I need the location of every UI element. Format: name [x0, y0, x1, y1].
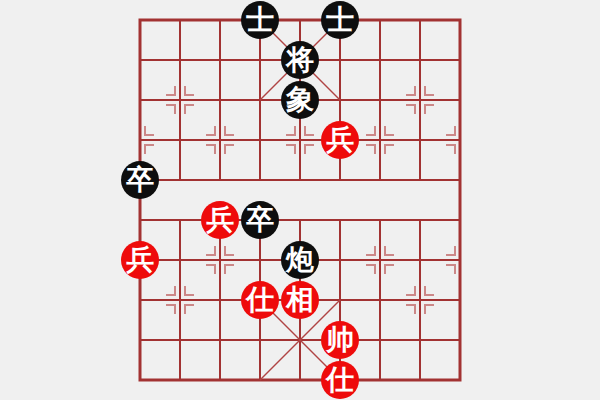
piece-red-pawn-1[interactable]: 兵	[321, 121, 359, 159]
piece-black-elephant[interactable]: 象	[281, 81, 319, 119]
piece-red-elephant[interactable]: 相	[281, 281, 319, 319]
piece-black-advisor-right[interactable]: 士	[321, 1, 359, 39]
piece-black-pawn-1[interactable]: 卒	[121, 161, 159, 199]
piece-black-pawn-2[interactable]: 卒	[241, 201, 279, 239]
piece-black-cannon[interactable]: 炮	[281, 241, 319, 279]
xiangqi-board: 士士将象兵卒兵卒兵炮仕相帅仕	[0, 0, 600, 400]
piece-red-king[interactable]: 帅	[321, 321, 359, 359]
piece-black-king[interactable]: 将	[281, 41, 319, 79]
piece-black-advisor-left[interactable]: 士	[241, 1, 279, 39]
piece-red-pawn-3[interactable]: 兵	[121, 241, 159, 279]
piece-red-advisor-1[interactable]: 仕	[241, 281, 279, 319]
piece-red-pawn-2[interactable]: 兵	[201, 201, 239, 239]
piece-red-advisor-2[interactable]: 仕	[321, 361, 359, 399]
